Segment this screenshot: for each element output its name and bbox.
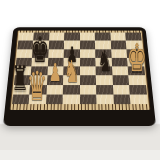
square-h5 xyxy=(127,58,144,67)
square-a2 xyxy=(13,85,30,95)
square-a5 xyxy=(15,58,32,67)
square-g6 xyxy=(111,49,127,58)
square-f3 xyxy=(96,75,113,84)
square-b8 xyxy=(33,33,49,41)
square-a4 xyxy=(14,66,31,75)
square-a8 xyxy=(18,33,34,41)
square-g1 xyxy=(113,94,130,104)
square-h2 xyxy=(129,85,146,95)
chess-photo-scene: ♚♟♞♜♚♛♟♞ xyxy=(0,0,160,160)
square-d5 xyxy=(63,58,79,67)
square-d1 xyxy=(63,94,80,104)
square-a7 xyxy=(17,41,33,49)
square-c8 xyxy=(49,33,65,41)
square-g4 xyxy=(112,66,129,75)
square-e7 xyxy=(80,41,96,49)
square-b4 xyxy=(31,66,48,75)
square-g2 xyxy=(112,85,129,95)
square-h7 xyxy=(126,41,142,49)
square-e1 xyxy=(80,94,97,104)
square-h3 xyxy=(128,75,145,84)
square-a1 xyxy=(12,94,30,104)
square-a3 xyxy=(14,75,31,84)
square-h1 xyxy=(130,94,148,104)
square-h6 xyxy=(126,49,142,58)
square-f6 xyxy=(95,49,111,58)
square-d4 xyxy=(63,66,79,75)
square-c3 xyxy=(47,75,64,84)
square-d6 xyxy=(64,49,80,58)
square-f4 xyxy=(96,66,112,75)
square-c4 xyxy=(47,66,63,75)
square-f5 xyxy=(95,58,111,67)
square-f2 xyxy=(96,85,113,95)
square-d7 xyxy=(64,41,80,49)
square-h8 xyxy=(125,33,141,41)
square-a6 xyxy=(16,49,32,58)
square-g7 xyxy=(110,41,126,49)
square-f8 xyxy=(95,33,111,41)
square-e3 xyxy=(80,75,96,84)
board-decorative-border xyxy=(9,31,150,110)
square-b3 xyxy=(30,75,47,84)
square-h4 xyxy=(128,66,145,75)
square-b5 xyxy=(31,58,47,67)
square-b2 xyxy=(29,85,46,95)
square-e8 xyxy=(80,33,95,41)
board-grid xyxy=(12,33,148,105)
square-d8 xyxy=(64,33,79,41)
square-d2 xyxy=(63,85,80,95)
square-e4 xyxy=(80,66,96,75)
square-d3 xyxy=(63,75,79,84)
square-e2 xyxy=(80,85,97,95)
square-e6 xyxy=(80,49,96,58)
square-g8 xyxy=(110,33,126,41)
chess-board-frame xyxy=(3,27,156,126)
square-b7 xyxy=(33,41,49,49)
square-e5 xyxy=(80,58,96,67)
square-b1 xyxy=(29,94,46,104)
square-b6 xyxy=(32,49,48,58)
square-c6 xyxy=(48,49,64,58)
square-c7 xyxy=(48,41,64,49)
square-g5 xyxy=(111,58,127,67)
square-f1 xyxy=(96,94,113,104)
square-c2 xyxy=(46,85,63,95)
square-g3 xyxy=(112,75,129,84)
square-c1 xyxy=(46,94,63,104)
square-c5 xyxy=(47,58,63,67)
square-f7 xyxy=(95,41,111,49)
